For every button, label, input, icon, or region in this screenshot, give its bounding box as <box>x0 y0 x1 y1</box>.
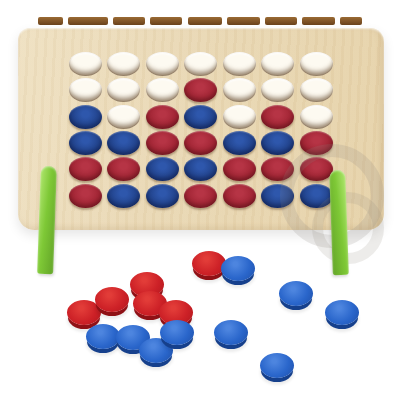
loose-blue-disc[interactable] <box>279 281 313 306</box>
loose-red-disc[interactable] <box>95 287 129 312</box>
loose-blue-disc[interactable] <box>221 256 255 281</box>
loose-blue-disc[interactable] <box>214 320 248 345</box>
loose-blue-disc[interactable] <box>86 324 120 349</box>
connect-four-scene <box>0 0 400 400</box>
loose-blue-disc[interactable] <box>260 353 294 378</box>
loose-blue-disc[interactable] <box>325 300 359 325</box>
loose-blue-disc[interactable] <box>160 320 194 345</box>
